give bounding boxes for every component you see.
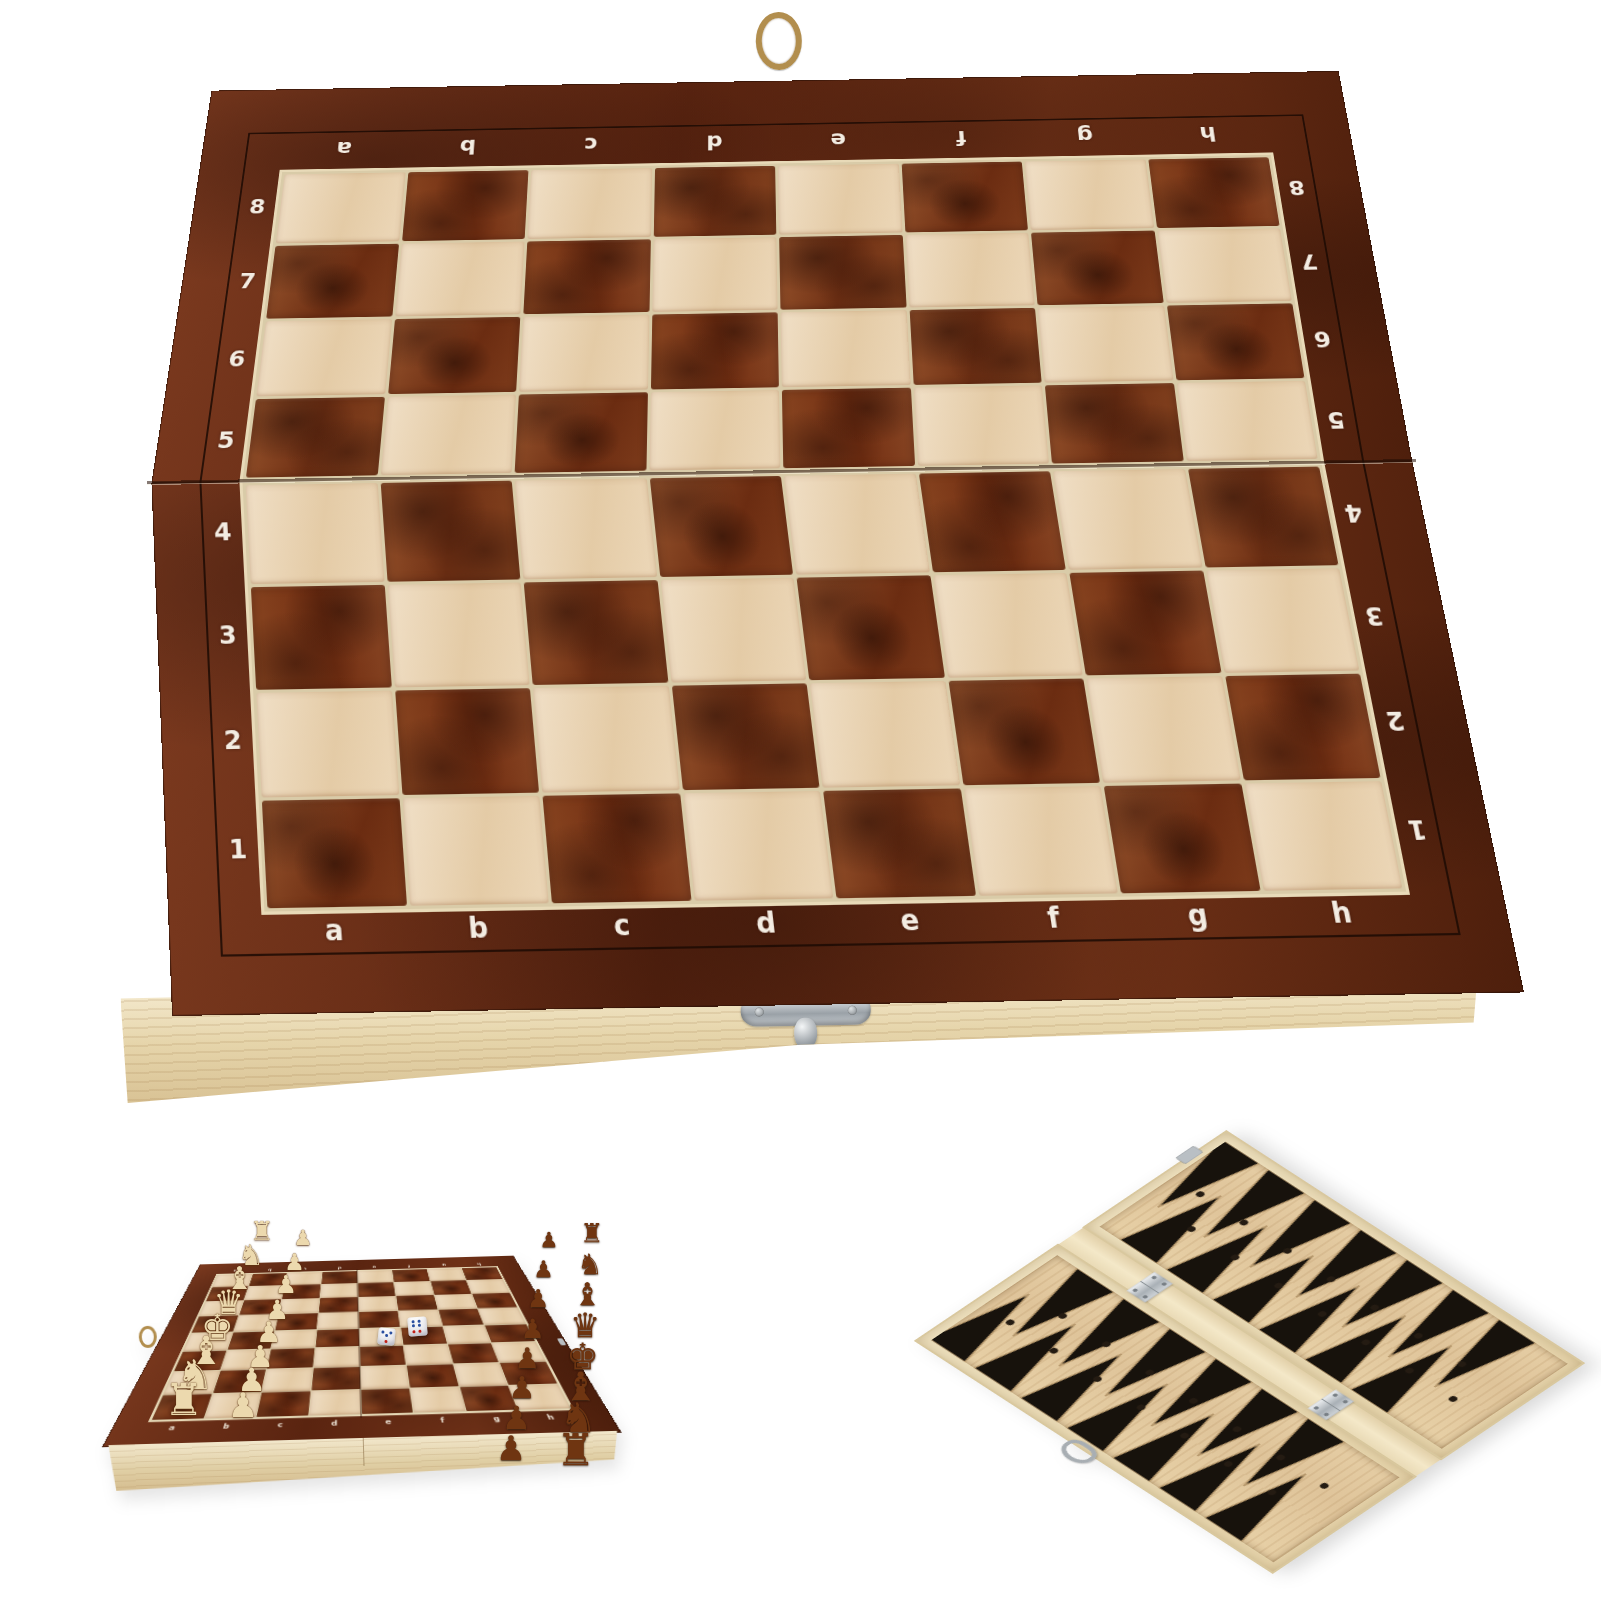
inset-square-d3 <box>314 1347 360 1368</box>
main-chessboard-group: abcdefgh 8765 8765 abcdefgh 4321 4321 <box>143 0 1423 1125</box>
square-a3 <box>251 585 391 689</box>
inset-backgammon-case <box>914 1130 1585 1574</box>
file-label-b-top: b <box>404 129 530 166</box>
inset-square-c4 <box>271 1330 316 1349</box>
square-a1 <box>262 798 407 908</box>
square-h2 <box>1225 673 1381 780</box>
file-label-b-bottom: b <box>404 902 552 953</box>
inset-chess-set: abcdefgh abcdefgh <box>92 1075 626 1534</box>
latch-knob <box>794 1017 818 1049</box>
inset-square-g7 <box>431 1281 472 1295</box>
square-f6 <box>909 307 1042 384</box>
product-photo-stage: abcdefgh 8765 8765 abcdefgh 4321 4321 ab… <box>0 0 1601 1601</box>
inset-square-e1 <box>361 1388 413 1414</box>
square-b5 <box>380 394 516 475</box>
square-d8 <box>653 166 776 237</box>
inset-square-b2 <box>213 1369 266 1392</box>
inset-square-f3 <box>404 1344 453 1365</box>
inset-square-b3 <box>220 1349 270 1370</box>
inset-hanging-ring <box>139 1326 158 1348</box>
inset-square-c2 <box>262 1368 313 1391</box>
inset-square-h4 <box>485 1324 535 1343</box>
inset-square-g4 <box>443 1325 491 1344</box>
square-c7 <box>523 240 650 314</box>
square-f8 <box>901 162 1028 233</box>
inset-square-a4 <box>183 1332 232 1351</box>
inset-square-a1 <box>152 1394 212 1420</box>
square-d5 <box>649 390 780 471</box>
file-label-c-bottom: c <box>548 900 697 951</box>
square-b7 <box>395 242 525 316</box>
square-b8 <box>402 170 529 241</box>
square-c3 <box>524 580 668 684</box>
decor-dot <box>1318 1482 1330 1490</box>
file-label-e-top: e <box>776 122 901 159</box>
inset-square-f5 <box>398 1310 442 1327</box>
inset-square-f8 <box>392 1269 430 1282</box>
inset-square-b6 <box>239 1299 281 1315</box>
inset-square-e4 <box>359 1327 403 1346</box>
inset-square-c7 <box>282 1285 321 1299</box>
inset-square-c8 <box>285 1272 322 1285</box>
square-a6 <box>256 319 391 397</box>
square-d1 <box>683 791 834 901</box>
square-g3 <box>1069 571 1221 675</box>
square-a7 <box>266 244 398 318</box>
inset-square-b4 <box>227 1331 274 1350</box>
chessboard-far-half: abcdefgh 8765 8765 <box>151 71 1412 483</box>
decor-dot <box>1194 1190 1206 1198</box>
square-e4 <box>784 474 930 575</box>
square-b1 <box>402 796 549 906</box>
inset-square-g8 <box>427 1268 466 1281</box>
inset-file-label-h: h <box>522 1412 580 1423</box>
square-e6 <box>780 310 910 387</box>
inset-square-h8 <box>462 1267 503 1280</box>
inset-square-b1 <box>204 1392 261 1418</box>
inset-square-h2 <box>500 1362 557 1385</box>
inset-file-label-a: a <box>143 1422 201 1433</box>
inset-square-g3 <box>448 1343 499 1364</box>
square-d2 <box>671 683 819 790</box>
square-g8 <box>1025 159 1154 230</box>
inset-file-label-d: d <box>307 1418 362 1429</box>
inset-square-a3 <box>174 1350 226 1371</box>
square-h3 <box>1206 568 1359 672</box>
square-e2 <box>810 680 960 787</box>
inset-square-e8 <box>357 1270 393 1283</box>
inset-file-label-f: f <box>415 1415 471 1426</box>
inset-square-a6 <box>199 1300 243 1316</box>
inset-file-label-b: b <box>198 1421 255 1432</box>
square-b3 <box>387 583 529 687</box>
inset-square-d1 <box>309 1389 360 1415</box>
rank-label-2-left: 2 <box>211 687 255 795</box>
inset-square-h5 <box>478 1308 525 1325</box>
inset-square-d4 <box>315 1328 358 1347</box>
square-g6 <box>1038 305 1173 382</box>
inset-square-c6 <box>279 1298 320 1314</box>
inset-square-d8 <box>321 1271 357 1284</box>
inset-square-a5 <box>192 1315 239 1332</box>
inset-square-h3 <box>492 1342 545 1363</box>
square-g4 <box>1053 469 1202 570</box>
inset-square-c3 <box>267 1348 315 1369</box>
square-g7 <box>1031 231 1163 305</box>
hanging-ring <box>755 12 802 71</box>
square-h5 <box>1176 381 1317 462</box>
square-e7 <box>779 235 906 309</box>
inset-square-g2 <box>453 1363 507 1386</box>
inset-square-f2 <box>407 1364 459 1387</box>
inset-square-f6 <box>396 1295 437 1310</box>
square-a8 <box>276 172 405 243</box>
inset-file-label-e: e <box>361 1416 416 1427</box>
inset-side-latch <box>557 1338 567 1345</box>
file-label-a-bottom: a <box>261 905 408 956</box>
inset-square-c1 <box>257 1391 311 1417</box>
inset-square-a7 <box>206 1287 248 1301</box>
inset-square-f7 <box>394 1282 433 1296</box>
inset-square-b7 <box>244 1286 284 1300</box>
square-g1 <box>1104 783 1260 893</box>
latch-screw <box>848 1006 857 1015</box>
inset-square-f1 <box>410 1387 465 1413</box>
square-c8 <box>527 168 651 239</box>
square-c5 <box>515 392 648 473</box>
inset-chessboard: abcdefgh abcdefgh <box>102 1256 622 1448</box>
decor-dot <box>1004 1318 1016 1326</box>
file-label-a-top: a <box>280 131 407 168</box>
file-label-g-bottom: g <box>1122 890 1274 941</box>
square-f1 <box>963 786 1117 896</box>
chessboard-squares-ranks8to5 <box>239 152 1324 481</box>
square-a4 <box>246 483 384 584</box>
file-label-f-top: f <box>899 120 1025 157</box>
inset-square-h6 <box>472 1293 517 1308</box>
square-d4 <box>649 476 793 577</box>
file-label-e-bottom: e <box>835 895 985 946</box>
latch-screw <box>755 1007 764 1016</box>
inset-square-e2 <box>360 1365 409 1388</box>
square-h8 <box>1148 157 1280 228</box>
inset-square-c5 <box>275 1313 318 1330</box>
square-f2 <box>948 678 1100 785</box>
inset-square-d6 <box>319 1297 358 1313</box>
inset-square-h1 <box>509 1384 570 1410</box>
square-c2 <box>533 685 679 792</box>
square-a2 <box>256 690 399 797</box>
square-h6 <box>1166 303 1304 380</box>
square-f7 <box>905 233 1035 307</box>
square-g5 <box>1045 383 1183 464</box>
inset-square-a2 <box>164 1371 220 1395</box>
inset-square-h7 <box>467 1279 510 1293</box>
square-e1 <box>823 788 976 898</box>
chessboard-near-half: abcdefgh 4321 4321 <box>151 461 1524 1016</box>
decor-dot <box>1447 1395 1459 1403</box>
square-f5 <box>913 385 1049 466</box>
rank-label-4-left: 4 <box>201 481 244 583</box>
inset-box-halves-joint <box>363 1438 365 1466</box>
inset-square-d7 <box>320 1284 357 1298</box>
chessboard-squares-ranks4to1 <box>239 463 1410 915</box>
square-e5 <box>782 387 915 468</box>
inset-square-e5 <box>359 1311 401 1328</box>
inset-square-g1 <box>460 1385 518 1411</box>
inset-square-e3 <box>360 1345 406 1366</box>
inset-square-g5 <box>438 1309 483 1326</box>
inset-square-b5 <box>233 1314 278 1331</box>
inset-square-d2 <box>311 1367 359 1390</box>
rank-label-1-left: 1 <box>216 794 261 905</box>
rank-label-3-left: 3 <box>206 583 250 688</box>
inset-square-a8 <box>212 1274 252 1287</box>
file-label-h-bottom: h <box>1265 887 1418 938</box>
square-b2 <box>395 688 539 795</box>
inset-square-g6 <box>434 1294 477 1309</box>
file-label-d-bottom: d <box>691 897 840 948</box>
file-label-c-top: c <box>528 126 653 163</box>
inset-file-label-c: c <box>252 1419 308 1430</box>
square-f3 <box>933 573 1083 677</box>
inset-square-f4 <box>401 1326 447 1345</box>
square-c1 <box>542 793 691 903</box>
inset-square-b8 <box>249 1273 287 1286</box>
inset-file-label-g: g <box>468 1413 525 1424</box>
square-c4 <box>515 478 657 579</box>
square-e8 <box>778 164 902 235</box>
square-b4 <box>380 481 520 582</box>
square-h7 <box>1157 229 1292 303</box>
inset-square-d5 <box>317 1312 358 1329</box>
square-e3 <box>797 576 945 680</box>
file-label-g-top: g <box>1021 118 1148 154</box>
file-label-f-bottom: f <box>978 892 1129 943</box>
inset-square-e7 <box>358 1283 396 1297</box>
square-b6 <box>388 316 521 393</box>
square-g2 <box>1086 676 1240 783</box>
square-f4 <box>918 471 1065 572</box>
square-d3 <box>660 578 806 682</box>
square-a5 <box>246 397 385 478</box>
inset-square-e6 <box>358 1296 398 1312</box>
square-d7 <box>652 237 778 311</box>
file-label-h-top: h <box>1144 116 1272 152</box>
square-d6 <box>650 312 778 389</box>
square-c6 <box>519 314 649 391</box>
square-h4 <box>1187 467 1338 568</box>
file-label-d-top: d <box>652 124 776 161</box>
square-h1 <box>1244 781 1402 891</box>
